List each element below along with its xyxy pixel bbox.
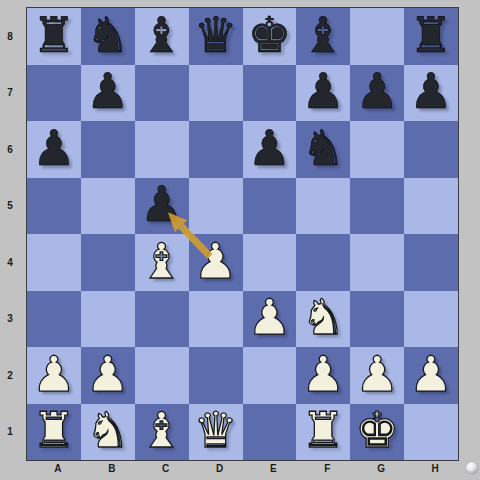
chess-app-window: ♜♞♝♛♚♝♜♟♟♟♟♟♟♞♟♝♟♟♞♟♟♟♟♟♜♞♝♛♜♚ 87654321 … [0,0,480,480]
square-h7[interactable]: ♟ [404,65,458,122]
square-b7[interactable]: ♟ [81,65,135,122]
file-label-e: E [247,460,301,478]
square-c1[interactable]: ♝ [135,404,189,461]
square-b6[interactable] [81,121,135,178]
square-e7[interactable] [243,65,297,122]
rank-label-1: 1 [0,404,20,461]
square-c4[interactable]: ♝ [135,234,189,291]
square-d4[interactable]: ♟ [189,234,243,291]
piece-white-knight[interactable]: ♞ [86,406,130,455]
piece-black-pawn[interactable]: ♟ [86,67,130,116]
piece-black-pawn[interactable]: ♟ [247,124,291,173]
square-c5[interactable]: ♟ [135,178,189,235]
file-labels: ABCDEFGH [31,460,462,478]
square-h5[interactable] [404,178,458,235]
square-a7[interactable] [27,65,81,122]
square-c3[interactable] [135,291,189,348]
piece-white-pawn[interactable]: ♟ [409,350,453,399]
chess-board-grid: ♜♞♝♛♚♝♜♟♟♟♟♟♟♞♟♝♟♟♞♟♟♟♟♟♜♞♝♛♜♚ [27,8,458,460]
square-g5[interactable] [350,178,404,235]
square-g1[interactable]: ♚ [350,404,404,461]
square-e2[interactable] [243,347,297,404]
square-h4[interactable] [404,234,458,291]
square-g4[interactable] [350,234,404,291]
square-d3[interactable] [189,291,243,348]
piece-black-pawn[interactable]: ♟ [140,180,184,229]
piece-white-rook[interactable]: ♜ [301,406,345,455]
square-e3[interactable]: ♟ [243,291,297,348]
piece-white-king[interactable]: ♚ [355,406,399,455]
square-a3[interactable] [27,291,81,348]
square-b4[interactable] [81,234,135,291]
piece-white-pawn[interactable]: ♟ [355,350,399,399]
square-a1[interactable]: ♜ [27,404,81,461]
rank-label-7: 7 [0,65,20,122]
square-h8[interactable]: ♜ [404,8,458,65]
file-label-g: G [354,460,408,478]
piece-black-pawn[interactable]: ♟ [301,67,345,116]
square-e6[interactable]: ♟ [243,121,297,178]
square-d7[interactable] [189,65,243,122]
file-label-f: F [300,460,354,478]
piece-white-pawn[interactable]: ♟ [247,293,291,342]
piece-white-bishop[interactable]: ♝ [140,237,184,286]
piece-black-pawn[interactable]: ♟ [32,124,76,173]
piece-black-bishop[interactable]: ♝ [301,11,345,60]
square-f4[interactable] [296,234,350,291]
square-c6[interactable] [135,121,189,178]
square-g7[interactable]: ♟ [350,65,404,122]
square-h2[interactable]: ♟ [404,347,458,404]
square-g8[interactable] [350,8,404,65]
piece-black-queen[interactable]: ♛ [194,11,238,60]
piece-black-pawn[interactable]: ♟ [355,67,399,116]
resize-grip-icon[interactable] [466,462,478,474]
file-label-b: B [85,460,139,478]
square-h6[interactable] [404,121,458,178]
file-label-c: C [139,460,193,478]
square-f6[interactable]: ♞ [296,121,350,178]
rank-label-3: 3 [0,291,20,348]
square-g2[interactable]: ♟ [350,347,404,404]
square-d8[interactable]: ♛ [189,8,243,65]
square-d1[interactable]: ♛ [189,404,243,461]
file-label-h: H [408,460,462,478]
square-b8[interactable]: ♞ [81,8,135,65]
square-b2[interactable]: ♟ [81,347,135,404]
piece-black-rook[interactable]: ♜ [32,11,76,60]
square-d6[interactable] [189,121,243,178]
square-b1[interactable]: ♞ [81,404,135,461]
piece-white-pawn[interactable]: ♟ [32,350,76,399]
square-c2[interactable] [135,347,189,404]
square-e5[interactable] [243,178,297,235]
square-f7[interactable]: ♟ [296,65,350,122]
square-c8[interactable]: ♝ [135,8,189,65]
piece-black-pawn[interactable]: ♟ [409,67,453,116]
piece-black-king[interactable]: ♚ [247,11,291,60]
chess-board: ♜♞♝♛♚♝♜♟♟♟♟♟♟♞♟♝♟♟♞♟♟♟♟♟♜♞♝♛♜♚ [26,7,459,461]
rank-label-8: 8 [0,8,20,65]
square-a6[interactable]: ♟ [27,121,81,178]
square-h3[interactable] [404,291,458,348]
square-b3[interactable] [81,291,135,348]
square-a8[interactable]: ♜ [27,8,81,65]
rank-label-2: 2 [0,347,20,404]
rank-label-6: 6 [0,121,20,178]
square-g6[interactable] [350,121,404,178]
square-f5[interactable] [296,178,350,235]
piece-white-queen[interactable]: ♛ [194,406,238,455]
piece-white-pawn[interactable]: ♟ [194,237,238,286]
square-f3[interactable]: ♞ [296,291,350,348]
piece-white-rook[interactable]: ♜ [32,406,76,455]
piece-black-bishop[interactable]: ♝ [140,11,184,60]
square-h1[interactable] [404,404,458,461]
square-c7[interactable] [135,65,189,122]
rank-label-5: 5 [0,178,20,235]
rank-label-4: 4 [0,234,20,291]
square-a5[interactable] [27,178,81,235]
piece-black-knight[interactable]: ♞ [86,11,130,60]
square-e8[interactable]: ♚ [243,8,297,65]
square-f1[interactable]: ♜ [296,404,350,461]
square-a4[interactable] [27,234,81,291]
piece-white-pawn[interactable]: ♟ [301,350,345,399]
square-b5[interactable] [81,178,135,235]
piece-black-knight[interactable]: ♞ [301,124,345,173]
square-f8[interactable]: ♝ [296,8,350,65]
file-label-a: A [31,460,85,478]
square-a2[interactable]: ♟ [27,347,81,404]
square-d2[interactable] [189,347,243,404]
square-g3[interactable] [350,291,404,348]
piece-white-bishop[interactable]: ♝ [140,406,184,455]
square-d5[interactable] [189,178,243,235]
rank-labels: 87654321 [0,8,20,460]
square-e1[interactable] [243,404,297,461]
piece-black-rook[interactable]: ♜ [409,11,453,60]
square-e4[interactable] [243,234,297,291]
piece-white-pawn[interactable]: ♟ [86,350,130,399]
square-f2[interactable]: ♟ [296,347,350,404]
piece-white-knight[interactable]: ♞ [301,293,345,342]
file-label-d: D [193,460,247,478]
